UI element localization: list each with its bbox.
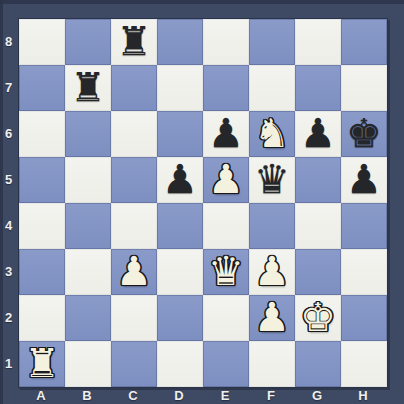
square-h8[interactable] bbox=[341, 19, 387, 65]
file-label-f: F bbox=[248, 387, 294, 403]
square-f3[interactable]: ♟ bbox=[249, 249, 295, 295]
rank-label-2: 2 bbox=[0, 294, 17, 340]
square-e5[interactable]: ♟ bbox=[203, 157, 249, 203]
square-e4[interactable] bbox=[203, 203, 249, 249]
piece-black-pawn[interactable]: ♟ bbox=[346, 156, 382, 202]
square-e7[interactable] bbox=[203, 65, 249, 111]
square-g7[interactable] bbox=[295, 65, 341, 111]
square-f6[interactable]: ♞ bbox=[249, 111, 295, 157]
square-c7[interactable] bbox=[111, 65, 157, 111]
file-label-c: C bbox=[110, 387, 156, 403]
rank-label-6: 6 bbox=[0, 110, 17, 156]
square-f5[interactable]: ♛ bbox=[249, 157, 295, 203]
rank-label-3: 3 bbox=[0, 248, 17, 294]
square-c8[interactable]: ♜ bbox=[111, 19, 157, 65]
piece-black-rook[interactable]: ♜ bbox=[116, 18, 152, 64]
square-h7[interactable] bbox=[341, 65, 387, 111]
square-h2[interactable] bbox=[341, 295, 387, 341]
piece-black-pawn[interactable]: ♟ bbox=[300, 110, 336, 156]
square-d4[interactable] bbox=[157, 203, 203, 249]
square-g5[interactable] bbox=[295, 157, 341, 203]
piece-white-rook[interactable]: ♜ bbox=[24, 340, 60, 386]
square-h6[interactable]: ♚ bbox=[341, 111, 387, 157]
piece-white-pawn[interactable]: ♟ bbox=[116, 248, 152, 294]
square-b5[interactable] bbox=[65, 157, 111, 203]
square-a2[interactable] bbox=[19, 295, 65, 341]
rank-label-8: 8 bbox=[0, 18, 17, 64]
square-b2[interactable] bbox=[65, 295, 111, 341]
file-label-e: E bbox=[202, 387, 248, 403]
square-f1[interactable] bbox=[249, 341, 295, 387]
square-c5[interactable] bbox=[111, 157, 157, 203]
square-a1[interactable]: ♜ bbox=[19, 341, 65, 387]
file-label-g: G bbox=[294, 387, 340, 403]
rank-label-7: 7 bbox=[0, 64, 17, 110]
piece-white-queen[interactable]: ♛ bbox=[208, 248, 244, 294]
square-d2[interactable] bbox=[157, 295, 203, 341]
square-c2[interactable] bbox=[111, 295, 157, 341]
square-h3[interactable] bbox=[341, 249, 387, 295]
square-e3[interactable]: ♛ bbox=[203, 249, 249, 295]
square-a8[interactable] bbox=[19, 19, 65, 65]
square-d5[interactable]: ♟ bbox=[157, 157, 203, 203]
rank-label-1: 1 bbox=[0, 340, 17, 386]
piece-black-king[interactable]: ♚ bbox=[346, 110, 382, 156]
square-a4[interactable] bbox=[19, 203, 65, 249]
rank-label-4: 4 bbox=[0, 202, 17, 248]
piece-black-queen[interactable]: ♛ bbox=[254, 156, 290, 202]
square-h4[interactable] bbox=[341, 203, 387, 249]
square-c4[interactable] bbox=[111, 203, 157, 249]
piece-white-king[interactable]: ♚ bbox=[300, 294, 336, 340]
square-d3[interactable] bbox=[157, 249, 203, 295]
square-g6[interactable]: ♟ bbox=[295, 111, 341, 157]
square-f8[interactable] bbox=[249, 19, 295, 65]
square-e1[interactable] bbox=[203, 341, 249, 387]
piece-black-pawn[interactable]: ♟ bbox=[208, 110, 244, 156]
file-label-b: B bbox=[64, 387, 110, 403]
square-d8[interactable] bbox=[157, 19, 203, 65]
chess-board: ♜♜♟♞♟♚♟♟♛♟♟♛♟♟♚♜ bbox=[18, 18, 388, 388]
square-d7[interactable] bbox=[157, 65, 203, 111]
square-e8[interactable] bbox=[203, 19, 249, 65]
square-f4[interactable] bbox=[249, 203, 295, 249]
rank-label-5: 5 bbox=[0, 156, 17, 202]
square-g2[interactable]: ♚ bbox=[295, 295, 341, 341]
square-e6[interactable]: ♟ bbox=[203, 111, 249, 157]
chess-diagram: ♜♜♟♞♟♚♟♟♛♟♟♛♟♟♚♜ 87654321 ABCDEFGH bbox=[0, 0, 404, 404]
square-e2[interactable] bbox=[203, 295, 249, 341]
square-h5[interactable]: ♟ bbox=[341, 157, 387, 203]
file-label-d: D bbox=[156, 387, 202, 403]
square-h1[interactable] bbox=[341, 341, 387, 387]
square-g1[interactable] bbox=[295, 341, 341, 387]
square-b6[interactable] bbox=[65, 111, 111, 157]
square-b4[interactable] bbox=[65, 203, 111, 249]
piece-white-knight[interactable]: ♞ bbox=[254, 110, 290, 156]
square-a5[interactable] bbox=[19, 157, 65, 203]
square-a7[interactable] bbox=[19, 65, 65, 111]
piece-white-pawn[interactable]: ♟ bbox=[208, 156, 244, 202]
square-b8[interactable] bbox=[65, 19, 111, 65]
piece-black-rook[interactable]: ♜ bbox=[70, 64, 106, 110]
piece-white-pawn[interactable]: ♟ bbox=[254, 248, 290, 294]
square-g3[interactable] bbox=[295, 249, 341, 295]
square-f2[interactable]: ♟ bbox=[249, 295, 295, 341]
square-a6[interactable] bbox=[19, 111, 65, 157]
square-g4[interactable] bbox=[295, 203, 341, 249]
square-d1[interactable] bbox=[157, 341, 203, 387]
square-a3[interactable] bbox=[19, 249, 65, 295]
piece-black-pawn[interactable]: ♟ bbox=[162, 156, 198, 202]
square-b7[interactable]: ♜ bbox=[65, 65, 111, 111]
square-c1[interactable] bbox=[111, 341, 157, 387]
file-label-a: A bbox=[18, 387, 64, 403]
square-f7[interactable] bbox=[249, 65, 295, 111]
file-label-h: H bbox=[340, 387, 386, 403]
square-b3[interactable] bbox=[65, 249, 111, 295]
square-b1[interactable] bbox=[65, 341, 111, 387]
square-c6[interactable] bbox=[111, 111, 157, 157]
piece-white-pawn[interactable]: ♟ bbox=[254, 294, 290, 340]
square-g8[interactable] bbox=[295, 19, 341, 65]
square-c3[interactable]: ♟ bbox=[111, 249, 157, 295]
square-d6[interactable] bbox=[157, 111, 203, 157]
